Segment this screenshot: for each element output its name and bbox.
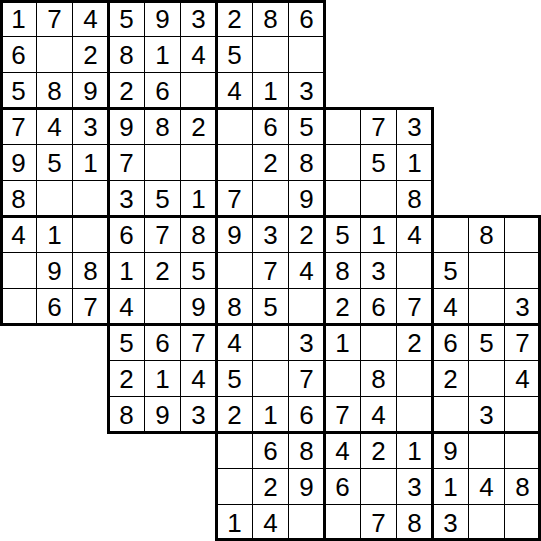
cell-r10-c4[interactable]: 1	[144, 360, 180, 396]
cell-r7-c1[interactable]: 9	[36, 252, 72, 288]
cell-r5-c9[interactable]	[324, 180, 360, 216]
cell-r8-c13[interactable]	[468, 288, 504, 324]
cell-r3-c1[interactable]: 4	[36, 108, 72, 144]
cell-r0-c5[interactable]: 3	[180, 0, 216, 36]
cell-r13-c14[interactable]: 8	[504, 468, 540, 504]
cell-r4-c4[interactable]	[144, 144, 180, 180]
cell-r1-c2[interactable]: 2	[72, 36, 108, 72]
cell-r13-c7[interactable]: 2	[252, 468, 288, 504]
cell-r9-c3[interactable]: 5	[108, 324, 144, 360]
cell-r13-c9[interactable]: 6	[324, 468, 360, 504]
cell-r7-c14[interactable]	[504, 252, 540, 288]
cell-r5-c11[interactable]: 8	[396, 180, 432, 216]
cell-r6-c5[interactable]: 8	[180, 216, 216, 252]
cell-r2-c4[interactable]: 6	[144, 72, 180, 108]
cell-r14-c6[interactable]: 1	[216, 504, 252, 540]
cell-r7-c9[interactable]: 8	[324, 252, 360, 288]
cell-r10-c5[interactable]: 4	[180, 360, 216, 396]
cell-r7-c11[interactable]	[396, 252, 432, 288]
cell-r3-c10[interactable]: 7	[360, 108, 396, 144]
cell-r10-c14[interactable]: 4	[504, 360, 540, 396]
cell-r5-c3[interactable]: 3	[108, 180, 144, 216]
cell-r6-c3[interactable]: 6	[108, 216, 144, 252]
cell-r6-c6[interactable]: 9	[216, 216, 252, 252]
cell-r9-c8[interactable]: 3	[288, 324, 324, 360]
cell-r11-c7[interactable]: 1	[252, 396, 288, 432]
cell-r8-c9[interactable]: 2	[324, 288, 360, 324]
cell-r4-c7[interactable]: 2	[252, 144, 288, 180]
cell-r11-c9[interactable]: 7	[324, 396, 360, 432]
cell-r9-c9[interactable]: 1	[324, 324, 360, 360]
cell-r2-c3[interactable]: 2	[108, 72, 144, 108]
cell-r12-c14[interactable]	[504, 432, 540, 468]
cell-r5-c6[interactable]: 7	[216, 180, 252, 216]
cell-r0-c7[interactable]: 8	[252, 0, 288, 36]
cell-r1-c1[interactable]	[36, 36, 72, 72]
cell-r1-c4[interactable]: 1	[144, 36, 180, 72]
cell-r12-c8[interactable]: 8	[288, 432, 324, 468]
sudoku-board: 1745932866281455892641374398265739517285…	[0, 0, 541, 541]
cell-r14-c11[interactable]: 8	[396, 504, 432, 540]
cell-r13-c13[interactable]: 4	[468, 468, 504, 504]
cell-r9-c11[interactable]: 2	[396, 324, 432, 360]
cell-r3-c5[interactable]: 2	[180, 108, 216, 144]
cell-r6-c13[interactable]: 8	[468, 216, 504, 252]
cell-r10-c6[interactable]: 5	[216, 360, 252, 396]
cell-r10-c3[interactable]: 2	[108, 360, 144, 396]
cell-r14-c12[interactable]: 3	[432, 504, 468, 540]
cell-r6-c4[interactable]: 7	[144, 216, 180, 252]
cell-r6-c2[interactable]	[72, 216, 108, 252]
cell-r4-c2[interactable]: 1	[72, 144, 108, 180]
cell-r2-c8[interactable]: 3	[288, 72, 324, 108]
cell-r13-c10[interactable]	[360, 468, 396, 504]
cell-r4-c5[interactable]	[180, 144, 216, 180]
cell-r4-c1[interactable]: 5	[36, 144, 72, 180]
cell-r13-c12[interactable]: 1	[432, 468, 468, 504]
cell-r3-c11[interactable]: 3	[396, 108, 432, 144]
cell-r7-c7[interactable]: 7	[252, 252, 288, 288]
cell-r4-c8[interactable]: 8	[288, 144, 324, 180]
cell-r11-c4[interactable]: 9	[144, 396, 180, 432]
cell-r6-c0[interactable]: 4	[0, 216, 36, 252]
cell-r11-c12[interactable]	[432, 396, 468, 432]
cell-r8-c8[interactable]	[288, 288, 324, 324]
cell-r9-c13[interactable]: 5	[468, 324, 504, 360]
cell-r2-c1[interactable]: 8	[36, 72, 72, 108]
cell-r12-c6[interactable]	[216, 432, 252, 468]
cell-r9-c14[interactable]: 7	[504, 324, 540, 360]
cell-r14-c10[interactable]: 7	[360, 504, 396, 540]
cell-r7-c3[interactable]: 1	[108, 252, 144, 288]
cell-r1-c0[interactable]: 6	[0, 36, 36, 72]
cell-r5-c8[interactable]: 9	[288, 180, 324, 216]
cell-r14-c8[interactable]	[288, 504, 324, 540]
cell-r13-c6[interactable]	[216, 468, 252, 504]
cell-r2-c5[interactable]	[180, 72, 216, 108]
cell-r9-c12[interactable]: 6	[432, 324, 468, 360]
cell-r4-c9[interactable]	[324, 144, 360, 180]
cell-r12-c10[interactable]: 2	[360, 432, 396, 468]
cell-r9-c4[interactable]: 6	[144, 324, 180, 360]
cell-r8-c14[interactable]: 3	[504, 288, 540, 324]
cell-r7-c5[interactable]: 5	[180, 252, 216, 288]
cell-r7-c6[interactable]	[216, 252, 252, 288]
cell-r11-c13[interactable]: 3	[468, 396, 504, 432]
cell-r5-c2[interactable]	[72, 180, 108, 216]
cell-r9-c10[interactable]	[360, 324, 396, 360]
cell-r6-c12[interactable]	[432, 216, 468, 252]
cell-r2-c7[interactable]: 1	[252, 72, 288, 108]
cell-r4-c0[interactable]: 9	[0, 144, 36, 180]
cell-r0-c3[interactable]: 5	[108, 0, 144, 36]
cell-r8-c7[interactable]: 5	[252, 288, 288, 324]
cell-r3-c8[interactable]: 5	[288, 108, 324, 144]
cell-r12-c11[interactable]: 1	[396, 432, 432, 468]
cell-r3-c7[interactable]: 6	[252, 108, 288, 144]
cell-r5-c1[interactable]	[36, 180, 72, 216]
cell-r3-c3[interactable]: 9	[108, 108, 144, 144]
cell-r8-c2[interactable]: 7	[72, 288, 108, 324]
cell-r10-c10[interactable]: 8	[360, 360, 396, 396]
cell-r8-c0[interactable]	[0, 288, 36, 324]
cell-r0-c6[interactable]: 2	[216, 0, 252, 36]
cell-r3-c9[interactable]	[324, 108, 360, 144]
cell-r13-c8[interactable]: 9	[288, 468, 324, 504]
cell-r6-c14[interactable]	[504, 216, 540, 252]
cell-r11-c3[interactable]: 8	[108, 396, 144, 432]
cell-r8-c4[interactable]	[144, 288, 180, 324]
cell-r13-c11[interactable]: 3	[396, 468, 432, 504]
cell-r10-c11[interactable]	[396, 360, 432, 396]
cell-r12-c12[interactable]: 9	[432, 432, 468, 468]
cell-r12-c9[interactable]: 4	[324, 432, 360, 468]
cell-r7-c4[interactable]: 2	[144, 252, 180, 288]
cell-r5-c5[interactable]: 1	[180, 180, 216, 216]
cell-r0-c2[interactable]: 4	[72, 0, 108, 36]
cell-r8-c6[interactable]: 8	[216, 288, 252, 324]
cell-r1-c3[interactable]: 8	[108, 36, 144, 72]
cell-r3-c4[interactable]: 8	[144, 108, 180, 144]
cell-r11-c14[interactable]	[504, 396, 540, 432]
cell-r6-c11[interactable]: 4	[396, 216, 432, 252]
cell-r0-c0[interactable]: 1	[0, 0, 36, 36]
cell-r11-c10[interactable]: 4	[360, 396, 396, 432]
cell-r5-c7[interactable]	[252, 180, 288, 216]
cell-r11-c5[interactable]: 3	[180, 396, 216, 432]
cell-r10-c13[interactable]	[468, 360, 504, 396]
cell-r7-c8[interactable]: 4	[288, 252, 324, 288]
cell-r5-c0[interactable]: 8	[0, 180, 36, 216]
cell-r5-c4[interactable]: 5	[144, 180, 180, 216]
cell-r6-c7[interactable]: 3	[252, 216, 288, 252]
cell-r7-c12[interactable]: 5	[432, 252, 468, 288]
cell-r3-c0[interactable]: 7	[0, 108, 36, 144]
cell-r0-c8[interactable]: 6	[288, 0, 324, 36]
cell-r12-c13[interactable]	[468, 432, 504, 468]
cell-r11-c6[interactable]: 2	[216, 396, 252, 432]
cell-r4-c10[interactable]: 5	[360, 144, 396, 180]
cell-r5-c10[interactable]	[360, 180, 396, 216]
cell-r1-c6[interactable]: 5	[216, 36, 252, 72]
cell-r2-c2[interactable]: 9	[72, 72, 108, 108]
cell-r3-c2[interactable]: 3	[72, 108, 108, 144]
cell-r14-c13[interactable]	[468, 504, 504, 540]
cell-r8-c1[interactable]: 6	[36, 288, 72, 324]
cell-r7-c0[interactable]	[0, 252, 36, 288]
cell-r6-c9[interactable]: 5	[324, 216, 360, 252]
cell-r10-c12[interactable]: 2	[432, 360, 468, 396]
cell-r1-c8[interactable]	[288, 36, 324, 72]
cell-r10-c7[interactable]	[252, 360, 288, 396]
cell-r9-c7[interactable]	[252, 324, 288, 360]
cell-r4-c6[interactable]	[216, 144, 252, 180]
cell-r9-c5[interactable]: 7	[180, 324, 216, 360]
cell-r9-c6[interactable]: 4	[216, 324, 252, 360]
cell-r3-c6[interactable]	[216, 108, 252, 144]
cell-r1-c5[interactable]: 4	[180, 36, 216, 72]
cell-r6-c1[interactable]: 1	[36, 216, 72, 252]
cell-r14-c9[interactable]	[324, 504, 360, 540]
cell-r7-c13[interactable]	[468, 252, 504, 288]
cell-r14-c14[interactable]	[504, 504, 540, 540]
cell-r4-c3[interactable]: 7	[108, 144, 144, 180]
cell-r7-c10[interactable]: 3	[360, 252, 396, 288]
cell-r6-c10[interactable]: 1	[360, 216, 396, 252]
cell-r6-c8[interactable]: 2	[288, 216, 324, 252]
cell-r0-c1[interactable]: 7	[36, 0, 72, 36]
cell-r14-c7[interactable]: 4	[252, 504, 288, 540]
cell-r2-c0[interactable]: 5	[0, 72, 36, 108]
cell-r12-c7[interactable]: 6	[252, 432, 288, 468]
cell-r0-c4[interactable]: 9	[144, 0, 180, 36]
cell-r1-c7[interactable]	[252, 36, 288, 72]
cell-r7-c2[interactable]: 8	[72, 252, 108, 288]
cell-r10-c8[interactable]: 7	[288, 360, 324, 396]
cell-r11-c8[interactable]: 6	[288, 396, 324, 432]
cell-r10-c9[interactable]	[324, 360, 360, 396]
cell-r8-c10[interactable]: 6	[360, 288, 396, 324]
cell-r8-c11[interactable]: 7	[396, 288, 432, 324]
cell-r8-c5[interactable]: 9	[180, 288, 216, 324]
cell-r8-c3[interactable]: 4	[108, 288, 144, 324]
cell-r11-c11[interactable]	[396, 396, 432, 432]
cell-r4-c11[interactable]: 1	[396, 144, 432, 180]
cell-r2-c6[interactable]: 4	[216, 72, 252, 108]
cell-r8-c12[interactable]: 4	[432, 288, 468, 324]
